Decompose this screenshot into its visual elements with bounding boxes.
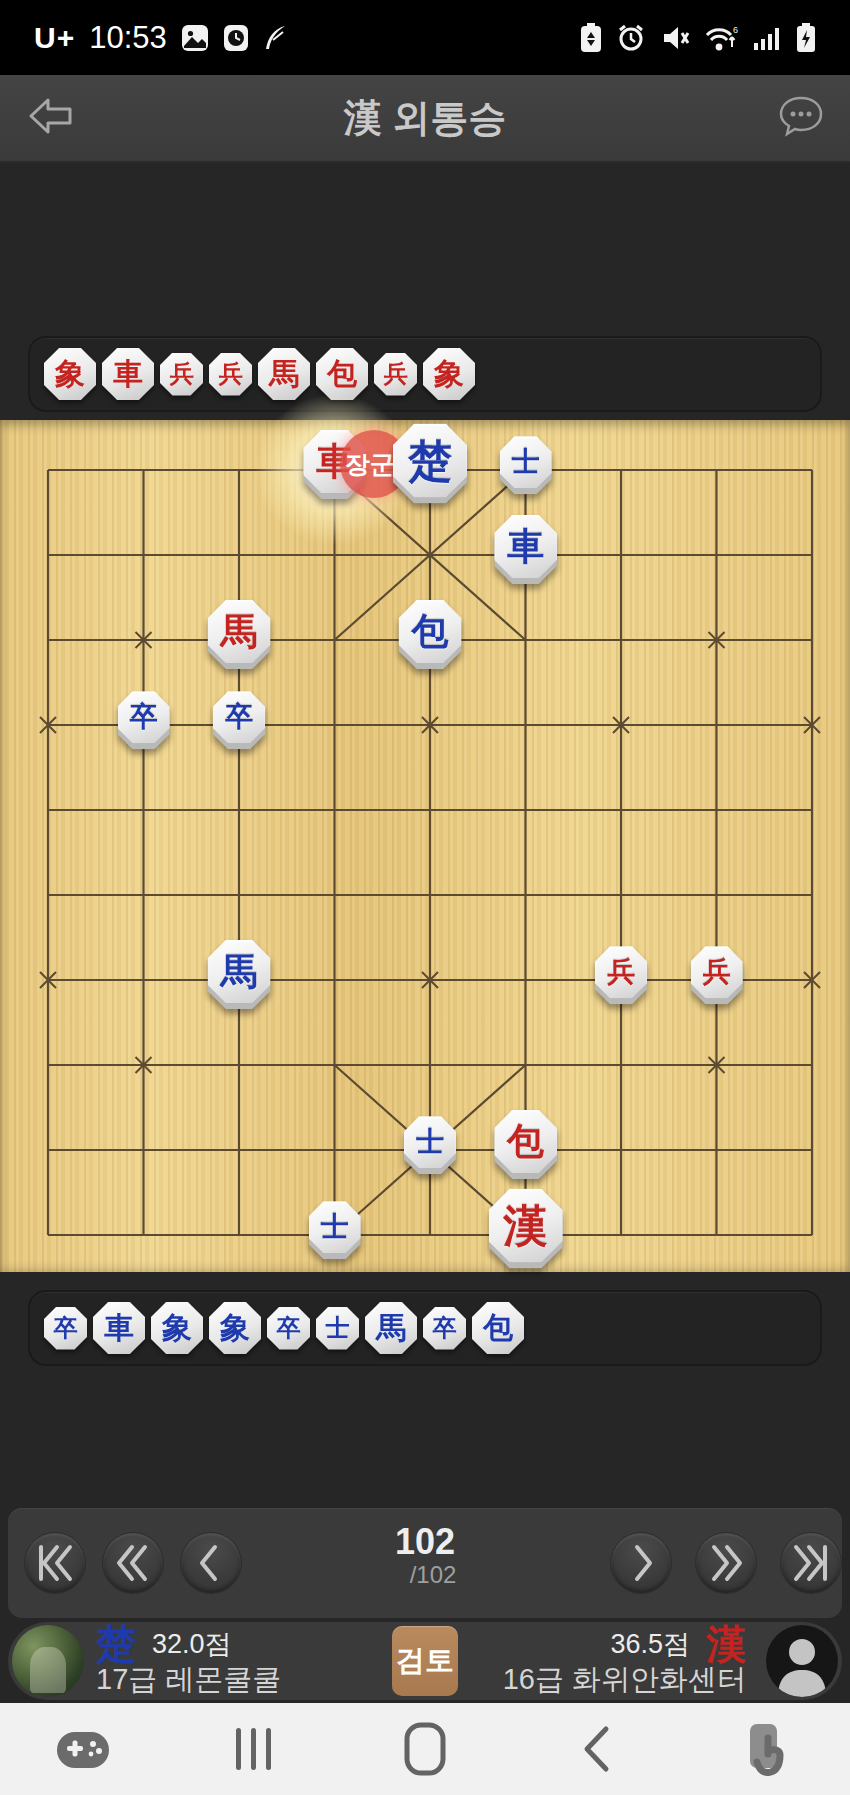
board-piece-han-兵-f8r7[interactable]: 兵 — [691, 946, 743, 1004]
captured-piece-han-象: 象 — [44, 348, 96, 400]
forward-ten-icon — [703, 1539, 749, 1587]
right-player-info: 36.5점 漢 16급 화위안화센터 — [503, 1626, 746, 1698]
left-player-info: 楚 32.0점 17급 레몬쿨쿨 — [96, 1626, 281, 1698]
status-time: 10:53 — [89, 20, 167, 56]
piece-glyph: 漢 — [489, 1189, 563, 1263]
chat-bubble-icon — [778, 95, 824, 137]
captured-piece-han-車: 車 — [102, 348, 154, 400]
next-move-icon — [618, 1539, 664, 1587]
board-piece-cho-車-f6r2[interactable]: 車 — [494, 515, 557, 584]
phone-screen: U+ 10:53 6 — [0, 0, 850, 1795]
piece-glyph: 馬 — [208, 940, 271, 1003]
alarm-icon — [616, 23, 646, 53]
forward-ten-button[interactable] — [695, 1532, 757, 1594]
recent-apps-icon — [232, 1724, 276, 1774]
status-left: U+ 10:53 — [34, 20, 289, 56]
wifi-icon: 6 — [704, 23, 738, 53]
right-player-score: 36.5점 — [610, 1626, 690, 1662]
feather-icon — [263, 24, 289, 52]
gallery-icon — [181, 24, 209, 52]
move-nav-panel: 102 /102 — [8, 1508, 842, 1618]
board-piece-han-包-f6r9[interactable]: 包 — [494, 1110, 557, 1179]
captured-piece-cho-車: 車 — [93, 1302, 145, 1354]
player-bar: 楚 32.0점 17급 레몬쿨쿨 검토 36.5점 漢 16급 화위안화센터 — [8, 1622, 842, 1700]
carrier-logo: U+ — [34, 21, 75, 55]
svg-text:6: 6 — [733, 25, 738, 35]
captured-piece-han-兵: 兵 — [160, 353, 203, 396]
mute-icon — [660, 23, 690, 53]
review-button[interactable]: 검토 — [392, 1626, 458, 1696]
battery-charging-icon — [796, 23, 816, 53]
captured-piece-cho-象: 象 — [151, 1302, 203, 1354]
home-button[interactable] — [390, 1722, 460, 1776]
piece-glyph: 馬 — [208, 600, 271, 663]
game-tools-button[interactable] — [48, 1724, 118, 1774]
board-piece-cho-士-f6r1[interactable]: 士 — [500, 436, 552, 494]
right-player-side-glyph: 漢 — [706, 1624, 746, 1664]
board-piece-cho-卒-f2r4[interactable]: 卒 — [118, 691, 170, 749]
android-nav-bar — [0, 1703, 850, 1795]
captured-piece-cho-卒: 卒 — [44, 1307, 87, 1350]
left-player-name: 17급 레몬쿨쿨 — [96, 1662, 281, 1698]
piece-glyph: 士 — [309, 1201, 361, 1253]
captured-piece-cho-馬: 馬 — [365, 1302, 417, 1354]
back-chevron-icon — [578, 1724, 614, 1774]
piece-glyph: 士 — [404, 1116, 456, 1168]
person-silhouette-icon — [766, 1625, 838, 1697]
page-title: 漢 외통승 — [0, 93, 850, 144]
last-move-icon — [788, 1539, 834, 1587]
piece-glyph: 包 — [494, 1110, 557, 1173]
captured-piece-cho-卒: 卒 — [267, 1307, 310, 1350]
piece-glyph: 車 — [494, 515, 557, 578]
right-player-avatar[interactable] — [766, 1625, 838, 1697]
chat-button[interactable] — [778, 95, 824, 141]
gesture-hint-button[interactable] — [732, 1722, 802, 1776]
back-button[interactable] — [26, 95, 74, 141]
left-player-avatar[interactable] — [12, 1625, 84, 1697]
captured-tray-bottom: 卒車象象卒士馬卒包 — [28, 1290, 822, 1366]
piece-glyph: 兵 — [595, 946, 647, 998]
board-piece-cho-卒-f3r4[interactable]: 卒 — [213, 691, 265, 749]
back-nav-button[interactable] — [561, 1724, 631, 1774]
signal-icon — [752, 23, 782, 53]
battery-saver-icon — [580, 23, 602, 53]
gesture-hint-icon — [744, 1722, 790, 1776]
left-player-side-glyph: 楚 — [96, 1624, 136, 1664]
piece-glyph: 楚 — [393, 424, 467, 498]
board-piece-han-兵-f7r7[interactable]: 兵 — [595, 946, 647, 1004]
captured-piece-cho-士: 士 — [316, 1307, 359, 1350]
piece-glyph: 士 — [500, 436, 552, 488]
clock-app-icon — [223, 24, 249, 52]
piece-glyph: 卒 — [213, 691, 265, 743]
janggi-board: 車 楚 士 車 馬 包 — [0, 420, 850, 1272]
next-move-button[interactable] — [610, 1532, 672, 1594]
back-arrow-icon — [26, 95, 74, 137]
home-icon — [403, 1722, 447, 1776]
board-piece-cho-包-f5r3[interactable]: 包 — [399, 600, 462, 669]
right-player-name: 16급 화위안화센터 — [503, 1662, 746, 1698]
status-right: 6 — [580, 23, 816, 53]
last-move-button[interactable] — [780, 1532, 842, 1594]
board-piece-cho-士-f5r9[interactable]: 士 — [404, 1116, 456, 1174]
board-piece-han-漢-f6r10[interactable]: 漢 — [489, 1189, 563, 1269]
gamepad-icon — [55, 1724, 111, 1774]
captured-piece-cho-包: 包 — [472, 1302, 524, 1354]
board-piece-cho-馬-f3r7[interactable]: 馬 — [208, 940, 271, 1009]
piece-glyph: 包 — [399, 600, 462, 663]
app-header: 漢 외통승 — [0, 75, 850, 163]
captured-piece-cho-象: 象 — [209, 1302, 261, 1354]
status-bar: U+ 10:53 6 — [0, 0, 850, 75]
board-piece-cho-楚-f5r1[interactable]: 楚 — [393, 424, 467, 504]
captured-piece-cho-卒: 卒 — [423, 1307, 466, 1350]
board-piece-cho-士-f4r10[interactable]: 士 — [309, 1201, 361, 1259]
left-player-score: 32.0점 — [152, 1626, 232, 1662]
board-piece-han-馬-f3r3[interactable]: 馬 — [208, 600, 271, 669]
piece-glyph: 卒 — [118, 691, 170, 743]
recent-apps-button[interactable] — [219, 1724, 289, 1774]
piece-glyph: 兵 — [691, 946, 743, 998]
